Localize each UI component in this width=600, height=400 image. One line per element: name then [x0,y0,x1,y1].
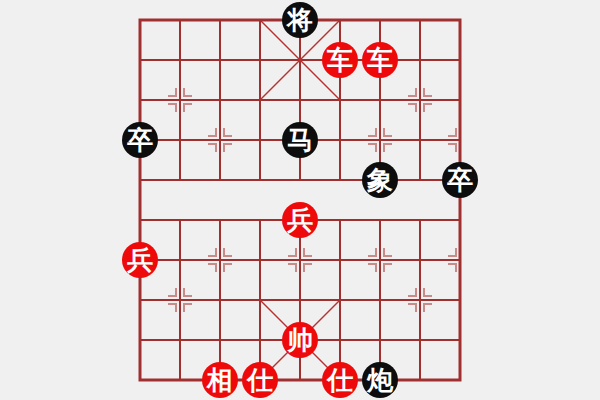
red-elephant-glyph: 相 [202,362,238,398]
piece-black-soldier[interactable]: 卒 [440,160,480,200]
red-advisor-glyph: 仕 [242,362,278,398]
piece-black-horse[interactable]: 马 [280,120,320,160]
piece-black-elephant[interactable]: 象 [360,160,400,200]
piece-red-chariot[interactable]: 车 [320,40,360,80]
piece-red-chariot[interactable]: 车 [360,40,400,80]
black-horse-glyph: 马 [282,122,318,158]
red-advisor-glyph: 仕 [322,362,358,398]
black-soldier-glyph: 卒 [122,122,158,158]
black-soldier-glyph: 卒 [442,162,478,198]
piece-black-general[interactable]: 将 [280,0,320,40]
red-soldier-glyph: 兵 [282,202,318,238]
red-general-glyph: 帅 [282,322,318,358]
piece-red-general[interactable]: 帅 [280,320,320,360]
piece-red-advisor[interactable]: 仕 [240,360,280,400]
piece-black-soldier[interactable]: 卒 [120,120,160,160]
piece-red-soldier[interactable]: 兵 [120,240,160,280]
red-chariot-glyph: 车 [362,42,398,78]
piece-red-advisor[interactable]: 仕 [320,360,360,400]
piece-red-elephant[interactable]: 相 [200,360,240,400]
red-soldier-glyph: 兵 [122,242,158,278]
black-elephant-glyph: 象 [362,162,398,198]
piece-black-cannon[interactable]: 炮 [360,360,400,400]
xiangqi-board: 将车车卒马象卒兵兵帅相仕仕炮 [0,0,600,400]
black-cannon-glyph: 炮 [362,362,398,398]
red-chariot-glyph: 车 [322,42,358,78]
piece-red-soldier[interactable]: 兵 [280,200,320,240]
pieces-layer[interactable]: 将车车卒马象卒兵兵帅相仕仕炮 [120,0,480,400]
black-general-glyph: 将 [282,2,318,38]
